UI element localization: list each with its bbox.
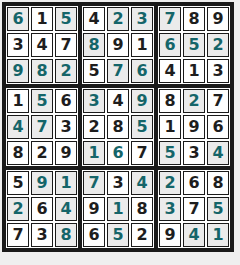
cell-r4c3[interactable]: 6 — [55, 89, 77, 113]
cell-r4c6[interactable]: 9 — [131, 89, 153, 113]
cell-r1c9[interactable]: 9 — [207, 7, 229, 31]
box-8: 734918652 — [80, 168, 156, 250]
cell-r1c3[interactable]: 5 — [55, 7, 77, 31]
cell-r4c1[interactable]: 1 — [7, 89, 29, 113]
cell-r5c5[interactable]: 8 — [107, 115, 129, 139]
cell-r3c6[interactable]: 6 — [131, 59, 153, 83]
cell-r3c3[interactable]: 2 — [55, 59, 77, 83]
cell-r1c5[interactable]: 2 — [107, 7, 129, 31]
cell-r5c7[interactable]: 1 — [159, 115, 181, 139]
cell-r2c2[interactable]: 4 — [31, 33, 53, 57]
cell-r4c4[interactable]: 3 — [83, 89, 105, 113]
cell-r2c9[interactable]: 2 — [207, 33, 229, 57]
cell-r8c4[interactable]: 9 — [83, 197, 105, 221]
cell-r1c1[interactable]: 6 — [7, 7, 29, 31]
cell-r2c8[interactable]: 5 — [183, 33, 205, 57]
cell-r2c7[interactable]: 6 — [159, 33, 181, 57]
cell-r9c4[interactable]: 6 — [83, 223, 105, 247]
cell-r6c6[interactable]: 7 — [131, 141, 153, 165]
cell-r4c7[interactable]: 8 — [159, 89, 181, 113]
box-3: 789652413 — [156, 4, 232, 86]
cell-r3c5[interactable]: 7 — [107, 59, 129, 83]
cell-r9c5[interactable]: 5 — [107, 223, 129, 247]
cell-r8c9[interactable]: 5 — [207, 197, 229, 221]
box-4: 156473829 — [4, 86, 80, 168]
cell-r1c4[interactable]: 4 — [83, 7, 105, 31]
cell-r3c1[interactable]: 9 — [7, 59, 29, 83]
cell-r1c7[interactable]: 7 — [159, 7, 181, 31]
cell-r9c9[interactable]: 1 — [207, 223, 229, 247]
cell-r1c8[interactable]: 8 — [183, 7, 205, 31]
cell-r3c7[interactable]: 4 — [159, 59, 181, 83]
cell-r8c3[interactable]: 4 — [55, 197, 77, 221]
cell-r5c1[interactable]: 4 — [7, 115, 29, 139]
cell-r7c8[interactable]: 6 — [183, 171, 205, 195]
cell-r4c2[interactable]: 5 — [31, 89, 53, 113]
cell-r2c3[interactable]: 7 — [55, 33, 77, 57]
cell-r9c8[interactable]: 4 — [183, 223, 205, 247]
cell-r2c6[interactable]: 1 — [131, 33, 153, 57]
sudoku-board: 6153479824238915767896524131564738293492… — [2, 2, 234, 252]
cell-r3c4[interactable]: 5 — [83, 59, 105, 83]
box-6: 827196534 — [156, 86, 232, 168]
cell-r5c8[interactable]: 9 — [183, 115, 205, 139]
cell-r9c1[interactable]: 7 — [7, 223, 29, 247]
cell-r1c6[interactable]: 3 — [131, 7, 153, 31]
box-1: 615347982 — [4, 4, 80, 86]
cell-r6c4[interactable]: 1 — [83, 141, 105, 165]
cell-r7c6[interactable]: 4 — [131, 171, 153, 195]
cell-r9c6[interactable]: 2 — [131, 223, 153, 247]
cell-r3c8[interactable]: 1 — [183, 59, 205, 83]
box-2: 423891576 — [80, 4, 156, 86]
cell-r6c1[interactable]: 8 — [7, 141, 29, 165]
cell-r5c3[interactable]: 3 — [55, 115, 77, 139]
cell-r2c1[interactable]: 3 — [7, 33, 29, 57]
cell-r5c2[interactable]: 7 — [31, 115, 53, 139]
cell-r8c8[interactable]: 7 — [183, 197, 205, 221]
cell-r5c4[interactable]: 2 — [83, 115, 105, 139]
cell-r3c2[interactable]: 8 — [31, 59, 53, 83]
box-5: 349285167 — [80, 86, 156, 168]
cell-r8c2[interactable]: 6 — [31, 197, 53, 221]
cell-r6c3[interactable]: 9 — [55, 141, 77, 165]
cell-r4c9[interactable]: 7 — [207, 89, 229, 113]
cell-r4c8[interactable]: 2 — [183, 89, 205, 113]
cell-r8c1[interactable]: 2 — [7, 197, 29, 221]
box-7: 591264738 — [4, 168, 80, 250]
cell-r5c6[interactable]: 5 — [131, 115, 153, 139]
cell-r6c8[interactable]: 3 — [183, 141, 205, 165]
cell-r9c7[interactable]: 9 — [159, 223, 181, 247]
cell-r6c9[interactable]: 4 — [207, 141, 229, 165]
cell-r6c5[interactable]: 6 — [107, 141, 129, 165]
cell-r7c2[interactable]: 9 — [31, 171, 53, 195]
cell-r7c1[interactable]: 5 — [7, 171, 29, 195]
cell-r7c5[interactable]: 3 — [107, 171, 129, 195]
box-9: 268375941 — [156, 168, 232, 250]
cell-r7c9[interactable]: 8 — [207, 171, 229, 195]
cell-r8c7[interactable]: 3 — [159, 197, 181, 221]
cell-r3c9[interactable]: 3 — [207, 59, 229, 83]
cell-r6c7[interactable]: 5 — [159, 141, 181, 165]
cell-r1c2[interactable]: 1 — [31, 7, 53, 31]
cell-r8c5[interactable]: 1 — [107, 197, 129, 221]
cell-r5c9[interactable]: 6 — [207, 115, 229, 139]
cell-r7c3[interactable]: 1 — [55, 171, 77, 195]
cell-r9c2[interactable]: 3 — [31, 223, 53, 247]
cell-r4c5[interactable]: 4 — [107, 89, 129, 113]
cell-r2c4[interactable]: 8 — [83, 33, 105, 57]
cell-r6c2[interactable]: 2 — [31, 141, 53, 165]
cell-r8c6[interactable]: 8 — [131, 197, 153, 221]
cell-r7c7[interactable]: 2 — [159, 171, 181, 195]
cell-r7c4[interactable]: 7 — [83, 171, 105, 195]
cell-r2c5[interactable]: 9 — [107, 33, 129, 57]
cell-r9c3[interactable]: 8 — [55, 223, 77, 247]
